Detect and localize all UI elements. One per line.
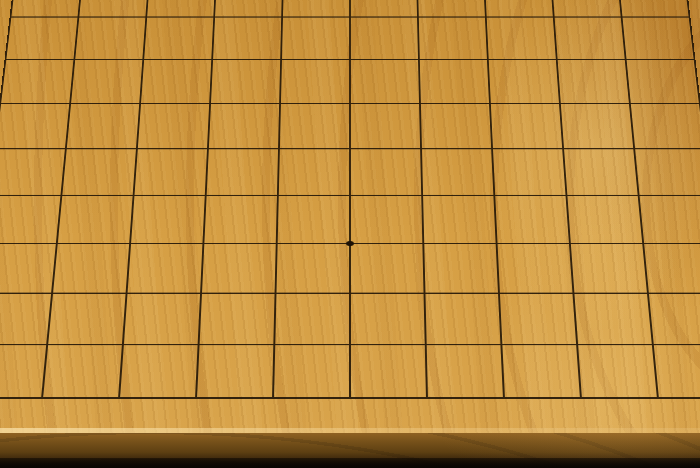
board-cell: [638, 195, 700, 243]
board-cell: [0, 195, 61, 243]
board-cell: [576, 344, 657, 397]
board-cell: [10, 0, 82, 16]
board-cell: [277, 148, 349, 195]
board-cell: [349, 103, 420, 148]
board-cell: [0, 148, 65, 195]
board-cell: [349, 59, 419, 103]
board-cell: [349, 293, 425, 344]
table-shadow: [0, 458, 700, 468]
board-cell: [349, 243, 423, 293]
board-cell: [349, 344, 426, 397]
board-cell: [417, 16, 487, 59]
board-cell: [572, 293, 651, 344]
board-cell: [195, 344, 273, 397]
board-cell: [133, 148, 207, 195]
board-cell: [69, 59, 142, 103]
board-cell: [553, 16, 625, 59]
board-cell: [652, 344, 700, 397]
board-cell: [122, 293, 200, 344]
board-cell: [118, 344, 197, 397]
board-cell: [498, 293, 576, 344]
board-cell: [617, 0, 689, 16]
board-cell: [642, 243, 700, 293]
board-cell: [420, 148, 493, 195]
board-cell: [565, 195, 642, 243]
board-cell: [78, 0, 149, 16]
board-cell: [489, 103, 562, 148]
board-cell: [211, 16, 281, 59]
board-cell: [418, 59, 489, 103]
board-cell: [142, 16, 213, 59]
board-cell: [421, 195, 495, 243]
board-cell: [65, 103, 139, 148]
board-cell: [487, 59, 559, 103]
board-cell: [550, 0, 621, 16]
board-cell: [349, 195, 422, 243]
board-cell: [280, 16, 349, 59]
board-cell: [275, 243, 349, 293]
board-cell: [625, 59, 699, 103]
board-cell: [73, 16, 145, 59]
board-cell: [562, 148, 637, 195]
board-cell: [0, 103, 69, 148]
board-cell: [422, 243, 498, 293]
board-cell: [207, 103, 279, 148]
board-cell: [5, 16, 78, 59]
board-cell: [41, 344, 122, 397]
board-cell: [500, 344, 579, 397]
board-cell: [213, 0, 282, 16]
board-cell: [278, 103, 349, 148]
board-cell: [209, 59, 280, 103]
board-cell: [51, 243, 129, 293]
board-cell: [129, 195, 205, 243]
board-cell: [425, 344, 503, 397]
go-grid[interactable]: [0, 0, 700, 399]
board-cell: [281, 0, 349, 16]
goban-photo: [0, 0, 700, 468]
board-cell: [139, 59, 211, 103]
board-cell: [416, 0, 485, 16]
board-cell: [556, 59, 629, 103]
board-cell: [349, 16, 418, 59]
board-cell: [349, 148, 421, 195]
board-cell: [419, 103, 491, 148]
board-cell: [349, 0, 417, 16]
board-cell: [0, 59, 73, 103]
board-cell: [559, 103, 633, 148]
board-cell: [493, 195, 569, 243]
board-cell: [423, 293, 500, 344]
board-cell: [136, 103, 209, 148]
star-point-hoshi: [346, 241, 354, 246]
board-cell: [621, 16, 694, 59]
board-cell: [276, 195, 349, 243]
board-cell: [569, 243, 647, 293]
board-cell: [483, 0, 553, 16]
board-cell: [485, 16, 556, 59]
board-cell: [0, 293, 51, 344]
board-cell: [647, 293, 700, 344]
board-cell: [61, 148, 136, 195]
board-cell: [629, 103, 700, 148]
board-cell: [46, 293, 125, 344]
board-cell: [0, 243, 56, 293]
board-cell: [205, 148, 278, 195]
board-cell: [202, 195, 276, 243]
board-cell: [633, 148, 700, 195]
board-cell: [491, 148, 565, 195]
board-cell: [200, 243, 276, 293]
board-cell: [272, 344, 349, 397]
board-cell: [496, 243, 573, 293]
board-cell: [279, 59, 349, 103]
board-cell: [56, 195, 133, 243]
board-cell: [0, 344, 46, 397]
board-cell: [126, 243, 203, 293]
board-cell: [273, 293, 349, 344]
board-cell: [198, 293, 275, 344]
board-cell: [145, 0, 215, 16]
